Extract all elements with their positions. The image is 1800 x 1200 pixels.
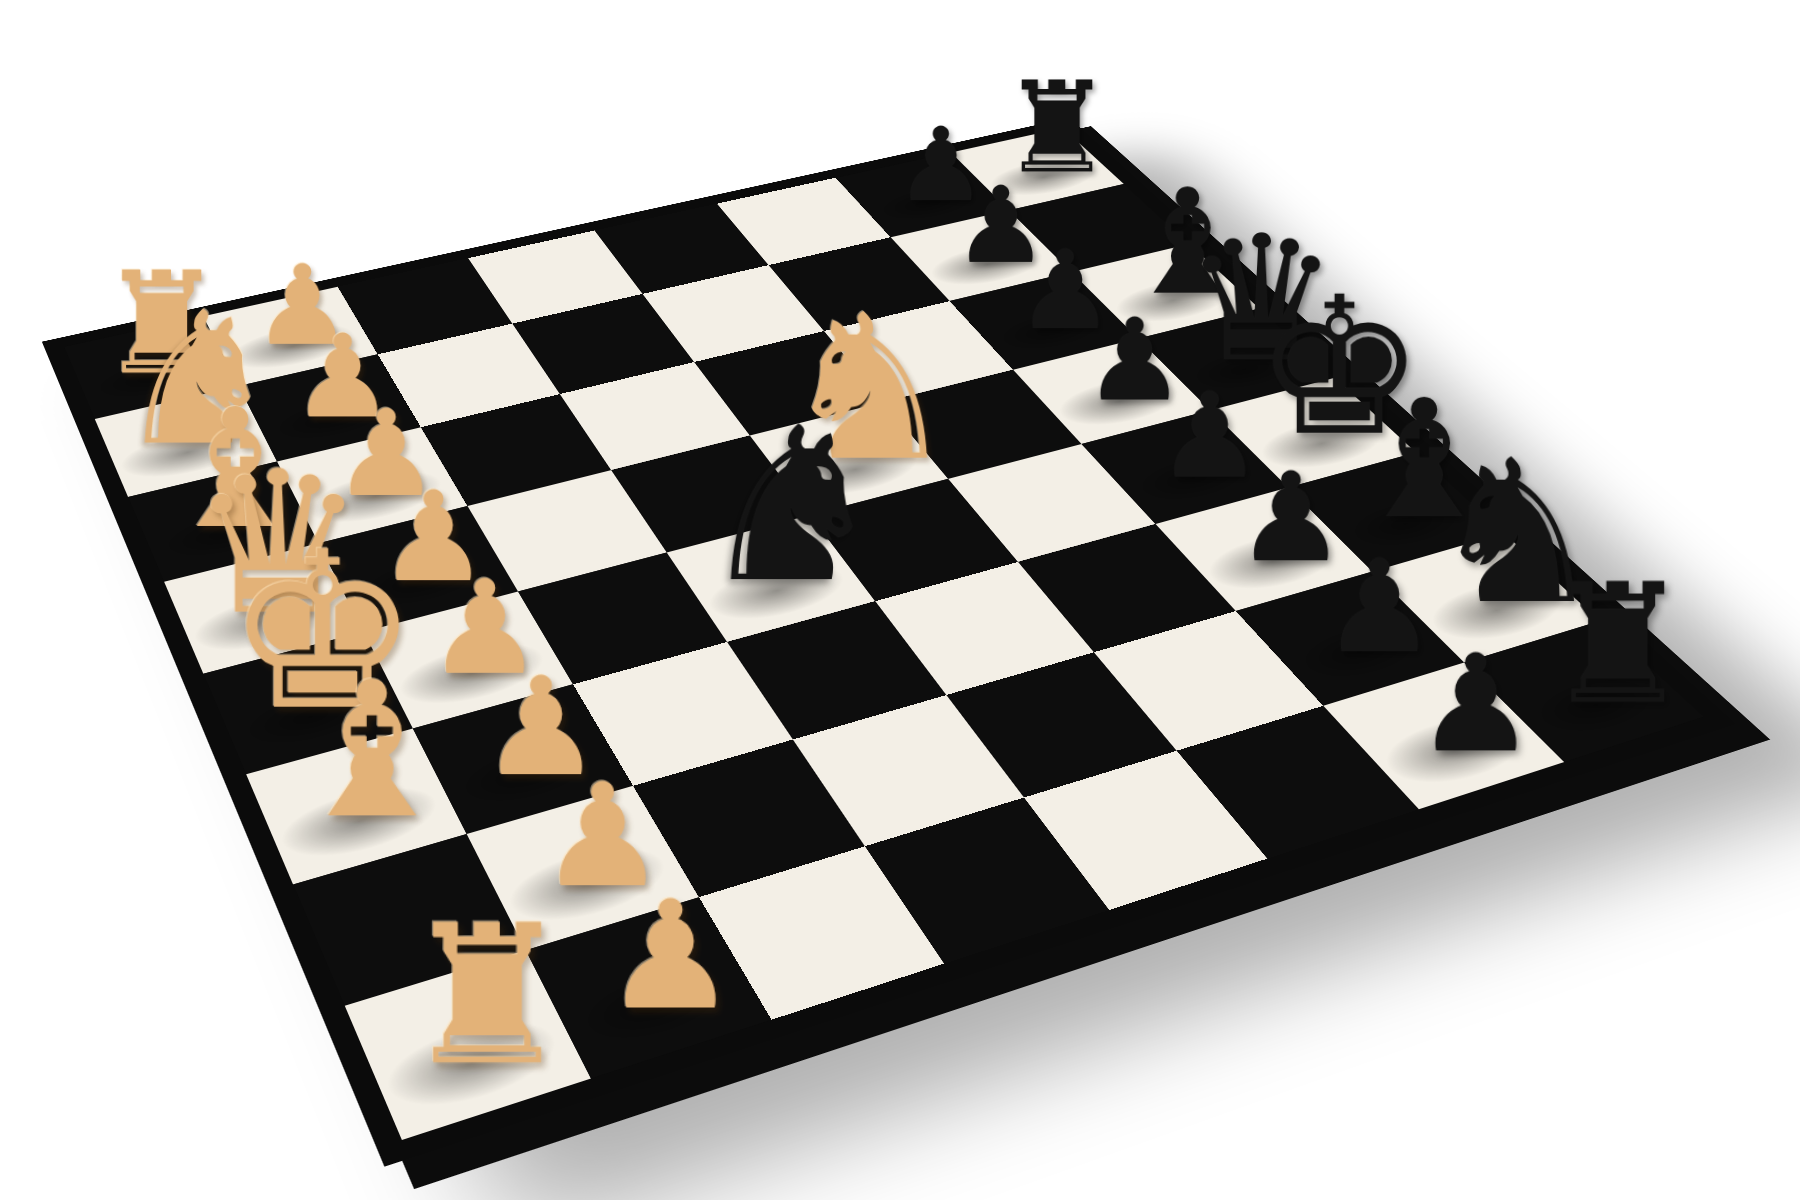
bishop-glyph: ♝ bbox=[288, 663, 457, 842]
rook-glyph: ♜ bbox=[401, 904, 573, 1087]
piece-white-pawn: ♟ bbox=[603, 885, 738, 1028]
square-h1: ♜ bbox=[345, 950, 591, 1140]
knight-glyph: ♞ bbox=[696, 404, 887, 607]
board-perspective-plane: ♜♟♟♜♞♟♟♝♟♟♝♛♟♞♟♛♚♟♞♟♚♝♟♟♝♟♟♞♜♟♟♜ bbox=[42, 118, 1736, 1167]
rook-glyph: ♜ bbox=[1544, 566, 1692, 723]
piece-black-knight: ♞ bbox=[696, 404, 887, 607]
piece-white-bishop: ♝ bbox=[288, 663, 457, 842]
chess-board: ♜♟♟♜♞♟♟♝♟♟♝♛♟♞♟♛♚♟♞♟♚♝♟♟♝♟♟♞♜♟♟♜ bbox=[42, 118, 1736, 1167]
pawn-glyph: ♟ bbox=[603, 885, 738, 1028]
piece-black-pawn: ♟ bbox=[1416, 640, 1537, 768]
piece-white-rook: ♜ bbox=[401, 904, 573, 1087]
piece-black-rook: ♜ bbox=[1544, 566, 1692, 723]
pawn-glyph: ♟ bbox=[1416, 640, 1537, 768]
